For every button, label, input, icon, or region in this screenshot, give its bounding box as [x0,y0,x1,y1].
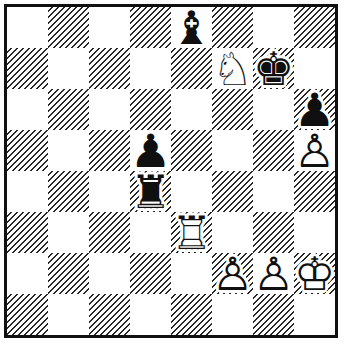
piece-black-pawn: ♟ [294,89,335,130]
square-f4 [212,171,253,212]
square-e1 [171,294,212,335]
square-d4: ♜ [130,171,171,212]
square-h4 [294,171,335,212]
square-h3 [294,212,335,253]
square-b7 [48,48,89,89]
square-g8 [253,7,294,48]
square-b1 [48,294,89,335]
square-d2 [130,253,171,294]
piece-white-king: ♚♔ [294,253,335,294]
piece-white-pawn: ♟♙ [253,253,294,294]
piece-black-pawn: ♟ [130,130,171,171]
square-g7: ♚ [253,48,294,89]
square-h6: ♟ [294,89,335,130]
square-c3 [89,212,130,253]
piece-white-pawn: ♟♙ [294,130,335,171]
square-a1 [7,294,48,335]
chess-diagram: ♝♞♘♚♟♟♟♙♜♜♖♟♙♟♙♚♔ [0,0,350,350]
square-c7 [89,48,130,89]
square-a6 [7,89,48,130]
square-c2 [89,253,130,294]
square-d5: ♟ [130,130,171,171]
square-c8 [89,7,130,48]
square-d7 [130,48,171,89]
square-b3 [48,212,89,253]
piece-black-king: ♚ [253,48,294,89]
piece-black-bishop: ♝ [171,7,212,48]
square-e4 [171,171,212,212]
square-e6 [171,89,212,130]
board-frame: ♝♞♘♚♟♟♟♙♜♜♖♟♙♟♙♚♔ [4,4,338,338]
square-b5 [48,130,89,171]
square-f1 [212,294,253,335]
square-g5 [253,130,294,171]
square-c6 [89,89,130,130]
chess-board: ♝♞♘♚♟♟♟♙♜♜♖♟♙♟♙♚♔ [7,7,335,335]
square-c4 [89,171,130,212]
square-f7: ♞♘ [212,48,253,89]
piece-white-knight: ♞♘ [212,48,253,89]
piece-white-rook: ♜♖ [171,212,212,253]
square-e2 [171,253,212,294]
square-e7 [171,48,212,89]
square-h5: ♟♙ [294,130,335,171]
square-b6 [48,89,89,130]
square-g6 [253,89,294,130]
square-c1 [89,294,130,335]
square-h2: ♚♔ [294,253,335,294]
square-h8 [294,7,335,48]
square-g4 [253,171,294,212]
square-a2 [7,253,48,294]
square-f8 [212,7,253,48]
square-g1 [253,294,294,335]
piece-white-pawn: ♟♙ [212,253,253,294]
square-b2 [48,253,89,294]
square-a8 [7,7,48,48]
square-d3 [130,212,171,253]
square-h7 [294,48,335,89]
square-g2: ♟♙ [253,253,294,294]
square-a3 [7,212,48,253]
square-f5 [212,130,253,171]
square-b4 [48,171,89,212]
square-g3 [253,212,294,253]
square-d6 [130,89,171,130]
square-d8 [130,7,171,48]
square-b8 [48,7,89,48]
square-e8: ♝ [171,7,212,48]
square-f2: ♟♙ [212,253,253,294]
square-d1 [130,294,171,335]
piece-black-rook: ♜ [130,171,171,212]
square-f6 [212,89,253,130]
square-f3 [212,212,253,253]
square-e5 [171,130,212,171]
square-a4 [7,171,48,212]
square-a7 [7,48,48,89]
square-h1 [294,294,335,335]
square-a5 [7,130,48,171]
square-c5 [89,130,130,171]
square-e3: ♜♖ [171,212,212,253]
